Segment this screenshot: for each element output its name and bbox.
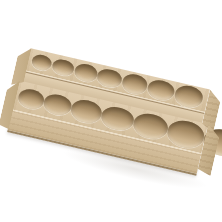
pit-front-1[interactable] xyxy=(17,86,47,110)
pit-front-2[interactable] xyxy=(42,92,74,118)
mancala-board xyxy=(0,45,222,175)
pit-back-5[interactable] xyxy=(120,72,149,96)
photo-background xyxy=(0,0,222,222)
pit-front-3[interactable] xyxy=(69,97,104,125)
pit-back-1[interactable] xyxy=(31,53,54,72)
pit-back-4[interactable] xyxy=(96,67,124,90)
pit-front-5[interactable] xyxy=(131,110,171,141)
pit-front-4[interactable] xyxy=(99,104,136,134)
pit-back-7[interactable] xyxy=(173,83,205,109)
pit-back-2[interactable] xyxy=(51,57,75,77)
pit-back-3[interactable] xyxy=(73,62,99,83)
pit-back-6[interactable] xyxy=(146,78,177,103)
